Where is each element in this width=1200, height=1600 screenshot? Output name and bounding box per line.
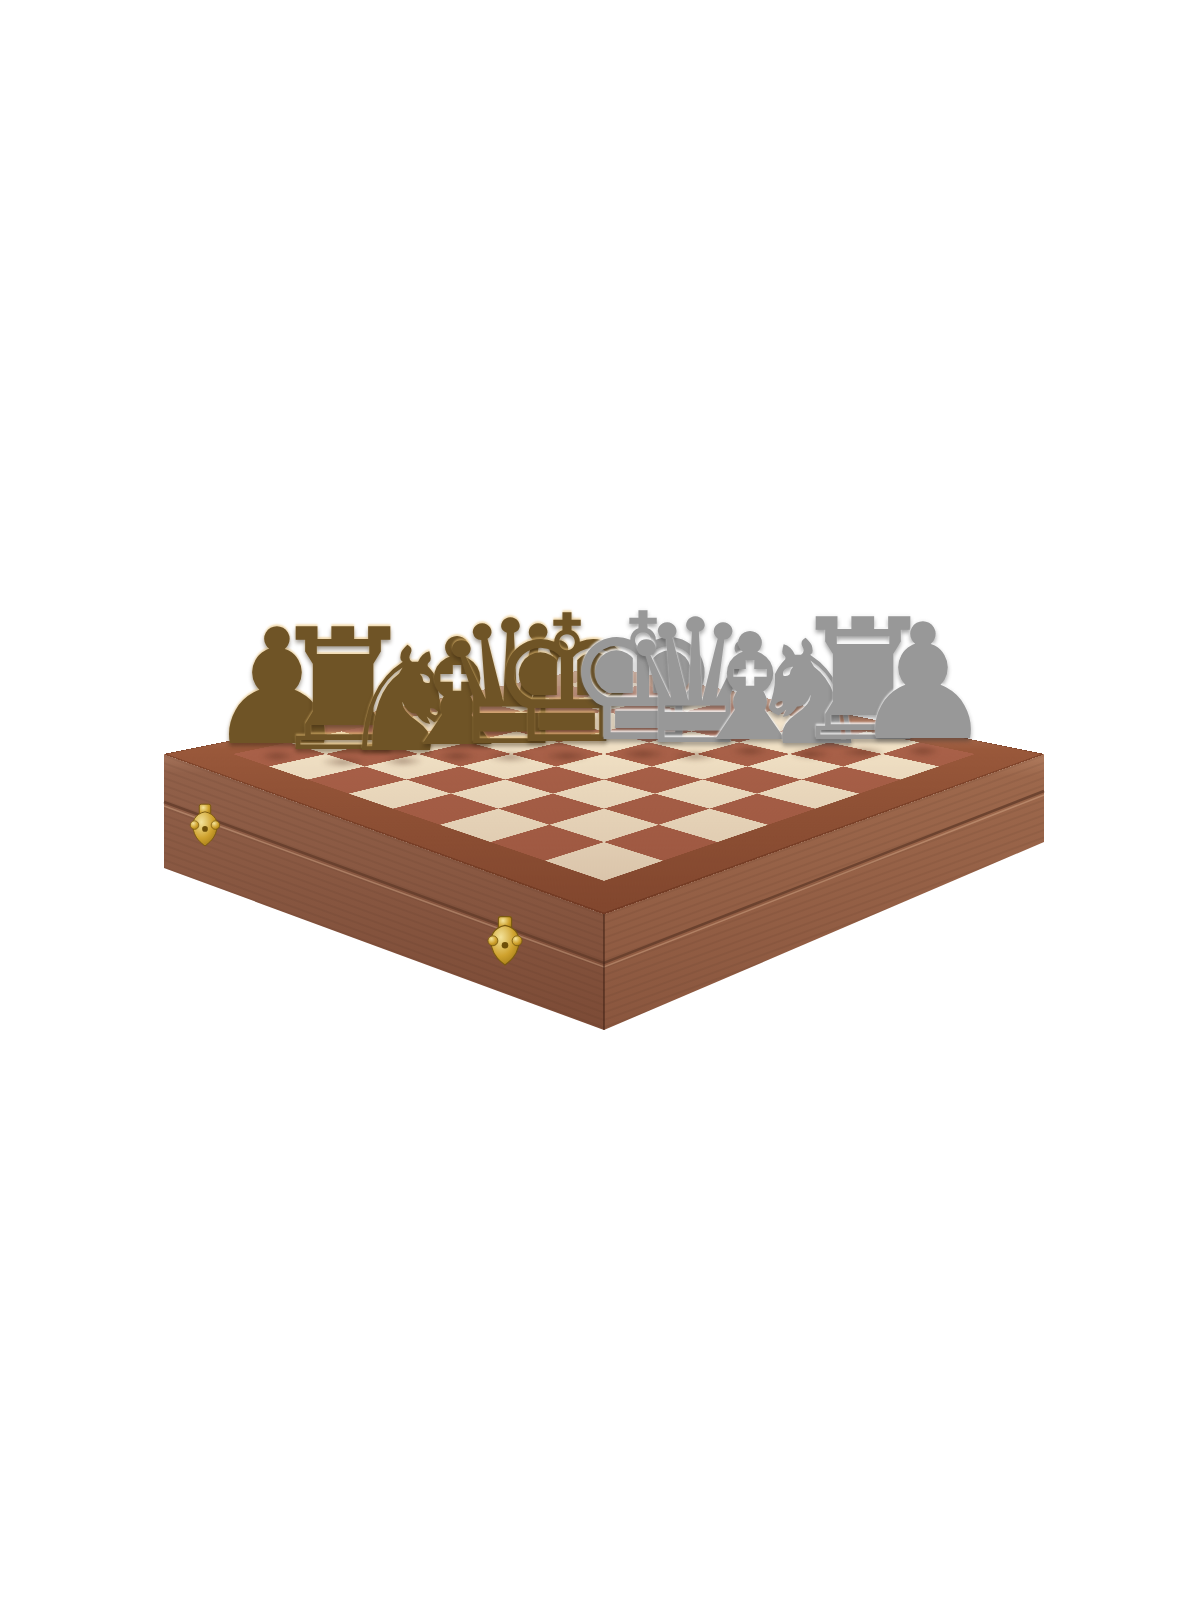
- silver-pawn-g8: ♟: [851, 603, 994, 763]
- product-photo-scene: ♟ ♜ ♞ ♝ ♛ ♚ ♚ ♛ ♝ ♞ ♜ ♟: [0, 0, 1200, 1600]
